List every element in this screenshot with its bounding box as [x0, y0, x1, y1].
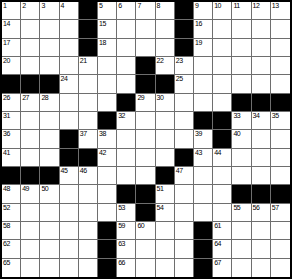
- cell-r14c4[interactable]: [60, 240, 79, 258]
- cell-r9c3[interactable]: [40, 149, 59, 167]
- cell-r15c13[interactable]: [232, 259, 251, 277]
- cell-r11c12[interactable]: [213, 185, 232, 203]
- clue-number: 27: [22, 94, 29, 102]
- cell-r13c7[interactable]: 59: [117, 222, 136, 240]
- cell-r1c5: [79, 2, 98, 20]
- clue-number: 26: [3, 94, 10, 102]
- clue-number: 51: [157, 185, 164, 193]
- cell-r12c7[interactable]: 53: [117, 204, 136, 222]
- clue-number: 12: [253, 2, 260, 10]
- clue-number: 11: [233, 2, 239, 10]
- cell-r12c2[interactable]: [21, 204, 40, 222]
- cell-r10c15[interactable]: [271, 167, 290, 185]
- cell-r5c5[interactable]: [79, 75, 98, 93]
- cell-r3c8[interactable]: [136, 39, 155, 57]
- clue-number: 16: [195, 20, 202, 28]
- clue-number: 57: [272, 204, 279, 212]
- cell-r12c3[interactable]: [40, 204, 59, 222]
- cell-r11c6[interactable]: [98, 185, 117, 203]
- clue-number: 18: [99, 39, 106, 47]
- clue-number: 39: [195, 130, 202, 138]
- cell-r11c11[interactable]: [194, 185, 213, 203]
- cell-r14c8[interactable]: [136, 240, 155, 258]
- cell-r14c13[interactable]: [232, 240, 251, 258]
- cell-r7c11: [194, 112, 213, 130]
- cell-r15c2[interactable]: [21, 259, 40, 277]
- cell-r14c15[interactable]: [271, 240, 290, 258]
- clue-number: 28: [41, 94, 48, 102]
- cell-r5c14[interactable]: [252, 75, 271, 93]
- clue-number: 30: [157, 94, 164, 102]
- cell-r7c6: [98, 112, 117, 130]
- cell-r5c13[interactable]: [232, 75, 251, 93]
- cell-r3c13[interactable]: [232, 39, 251, 57]
- cell-r8c2[interactable]: [21, 130, 40, 148]
- cell-r6c9[interactable]: 30: [156, 94, 175, 112]
- cell-r4c8: [136, 57, 155, 75]
- cell-r5c9: [156, 75, 175, 93]
- cell-r5c3: [40, 75, 59, 93]
- clue-number: 37: [80, 130, 87, 138]
- cell-r12c14[interactable]: 56: [252, 204, 271, 222]
- cell-r9c6[interactable]: 42: [98, 149, 117, 167]
- cell-r11c7: [117, 185, 136, 203]
- cell-r1c9[interactable]: 8: [156, 2, 175, 20]
- cell-r2c6[interactable]: 15: [98, 20, 117, 38]
- cell-r4c13[interactable]: [232, 57, 251, 75]
- cell-r11c3[interactable]: 50: [40, 185, 59, 203]
- clue-number: 64: [214, 240, 221, 248]
- clue-number: 47: [176, 167, 183, 175]
- clue-number: 54: [157, 204, 164, 212]
- cell-r5c12[interactable]: [213, 75, 232, 93]
- cell-r13c15[interactable]: [271, 222, 290, 240]
- cell-r15c10[interactable]: [175, 259, 194, 277]
- cell-r15c8[interactable]: [136, 259, 155, 277]
- cell-r11c1[interactable]: 48: [2, 185, 21, 203]
- cell-r14c12[interactable]: 64: [213, 240, 232, 258]
- cell-r10c4[interactable]: 45: [60, 167, 79, 185]
- cell-r3c6[interactable]: 18: [98, 39, 117, 57]
- cell-r1c7[interactable]: 6: [117, 2, 136, 20]
- cell-r4c3[interactable]: [40, 57, 59, 75]
- cell-r10c11[interactable]: [194, 167, 213, 185]
- cell-r12c10[interactable]: [175, 204, 194, 222]
- cell-r11c15: [271, 185, 290, 203]
- clue-number: 2: [22, 2, 25, 10]
- clue-number: 36: [3, 130, 10, 138]
- cell-r8c4: [60, 130, 79, 148]
- cell-r15c7[interactable]: 66: [117, 259, 136, 277]
- cell-r7c13[interactable]: 33: [232, 112, 251, 130]
- cell-r3c2[interactable]: [21, 39, 40, 57]
- clue-number: 60: [137, 222, 144, 230]
- clue-number: 66: [118, 259, 125, 267]
- cell-r7c7[interactable]: 32: [117, 112, 136, 130]
- cell-r3c1[interactable]: 17: [2, 39, 21, 57]
- cell-r5c8: [136, 75, 155, 93]
- clue-number: 34: [253, 112, 260, 120]
- cell-r8c9[interactable]: [156, 130, 175, 148]
- cell-r3c14[interactable]: [252, 39, 271, 57]
- cell-r6c15: [271, 94, 290, 112]
- cell-r11c10[interactable]: [175, 185, 194, 203]
- clue-number: 22: [157, 57, 164, 65]
- cell-r13c9[interactable]: [156, 222, 175, 240]
- cell-r15c3[interactable]: [40, 259, 59, 277]
- cell-r5c2: [21, 75, 40, 93]
- cell-r9c13[interactable]: [232, 149, 251, 167]
- cell-r1c12[interactable]: 10: [213, 2, 232, 20]
- cell-r2c1[interactable]: 14: [2, 20, 21, 38]
- clue-number: 45: [61, 167, 68, 175]
- clue-number: 19: [195, 39, 202, 47]
- cell-r8c15[interactable]: [271, 130, 290, 148]
- cell-r9c7[interactable]: [117, 149, 136, 167]
- cell-r3c10: [175, 39, 194, 57]
- cell-r9c2[interactable]: [21, 149, 40, 167]
- clue-number: 48: [3, 185, 10, 193]
- cell-r2c2[interactable]: [21, 20, 40, 38]
- cell-r7c4[interactable]: [60, 112, 79, 130]
- cell-r1c13[interactable]: 11: [232, 2, 251, 20]
- cell-r13c11: [194, 222, 213, 240]
- cell-r8c1[interactable]: 36: [2, 130, 21, 148]
- cell-r3c12[interactable]: [213, 39, 232, 57]
- cell-r4c1[interactable]: 20: [2, 57, 21, 75]
- clue-number: 35: [272, 112, 279, 120]
- clue-number: 7: [137, 2, 140, 10]
- cell-r3c3[interactable]: [40, 39, 59, 57]
- cell-r12c5[interactable]: [79, 204, 98, 222]
- cell-r7c8[interactable]: [136, 112, 155, 130]
- cell-r11c8: [136, 185, 155, 203]
- cell-r3c9[interactable]: [156, 39, 175, 57]
- cell-r3c4[interactable]: [60, 39, 79, 57]
- cell-r7c5[interactable]: [79, 112, 98, 130]
- cell-r14c6: [98, 240, 117, 258]
- clue-number: 32: [118, 112, 125, 120]
- cell-r13c3[interactable]: [40, 222, 59, 240]
- cell-r9c5: [79, 149, 98, 167]
- cell-r13c13[interactable]: [232, 222, 251, 240]
- clue-number: 21: [80, 57, 87, 65]
- clue-number: 13: [272, 2, 279, 10]
- cell-r10c5[interactable]: 46: [79, 167, 98, 185]
- cell-r13c8[interactable]: 60: [136, 222, 155, 240]
- cell-r6c6[interactable]: [98, 94, 117, 112]
- cell-r10c13[interactable]: [232, 167, 251, 185]
- cell-r8c13[interactable]: 40: [232, 130, 251, 148]
- cell-r13c2[interactable]: [21, 222, 40, 240]
- cell-r5c7[interactable]: [117, 75, 136, 93]
- cell-r12c9[interactable]: 54: [156, 204, 175, 222]
- cell-r5c10[interactable]: 25: [175, 75, 194, 93]
- cell-r12c6[interactable]: [98, 204, 117, 222]
- cell-r14c2[interactable]: [21, 240, 40, 258]
- cell-r8c7[interactable]: [117, 130, 136, 148]
- cell-r4c10[interactable]: 23: [175, 57, 194, 75]
- cell-r15c6: [98, 259, 117, 277]
- cell-r9c11[interactable]: 43: [194, 149, 213, 167]
- cell-r7c1[interactable]: 31: [2, 112, 21, 130]
- cell-r9c14[interactable]: [252, 149, 271, 167]
- clue-number: 65: [3, 259, 10, 267]
- cell-r3c11[interactable]: 19: [194, 39, 213, 57]
- cell-r13c10[interactable]: [175, 222, 194, 240]
- cell-r6c11[interactable]: [194, 94, 213, 112]
- crossword-board: 1234567891011121314151617181920212223242…: [0, 0, 292, 279]
- cell-r6c10[interactable]: [175, 94, 194, 112]
- cell-r9c10: [175, 149, 194, 167]
- cell-r2c13[interactable]: [232, 20, 251, 38]
- cell-r3c7[interactable]: [117, 39, 136, 57]
- cell-r15c4[interactable]: [60, 259, 79, 277]
- clue-number: 58: [3, 222, 10, 230]
- cell-r5c4[interactable]: 24: [60, 75, 79, 93]
- cell-r10c14[interactable]: [252, 167, 271, 185]
- cell-r2c8[interactable]: [136, 20, 155, 38]
- cell-r4c9[interactable]: 22: [156, 57, 175, 75]
- cell-r6c13: [232, 94, 251, 112]
- cell-r7c12: [213, 112, 232, 130]
- cell-r1c11[interactable]: 9: [194, 2, 213, 20]
- cell-r5c1: [2, 75, 21, 93]
- cell-r2c14[interactable]: [252, 20, 271, 38]
- cell-r10c9: [156, 167, 175, 185]
- cell-r15c15[interactable]: [271, 259, 290, 277]
- clue-number: 55: [233, 204, 240, 212]
- cell-r1c14[interactable]: 12: [252, 2, 271, 20]
- cell-r4c15[interactable]: [271, 57, 290, 75]
- clue-number: 5: [99, 2, 102, 10]
- clue-number: 42: [99, 149, 106, 157]
- cell-r2c4[interactable]: [60, 20, 79, 38]
- cell-r11c9[interactable]: 51: [156, 185, 175, 203]
- cell-r12c8: [136, 204, 155, 222]
- clue-number: 10: [214, 2, 221, 10]
- clue-number: 31: [3, 112, 10, 120]
- cell-r4c11[interactable]: [194, 57, 213, 75]
- clue-number: 49: [22, 185, 29, 193]
- cell-r7c10[interactable]: [175, 112, 194, 130]
- cell-r8c11[interactable]: 39: [194, 130, 213, 148]
- cell-r4c14[interactable]: [252, 57, 271, 75]
- cell-r7c2[interactable]: [21, 112, 40, 130]
- cell-r6c2[interactable]: 27: [21, 94, 40, 112]
- cell-r14c5[interactable]: [79, 240, 98, 258]
- cell-r6c14: [252, 94, 271, 112]
- cell-r6c7: [117, 94, 136, 112]
- cell-r1c3[interactable]: 3: [40, 2, 59, 20]
- clue-number: 52: [3, 204, 10, 212]
- clue-number: 33: [233, 112, 240, 120]
- cell-r7c3[interactable]: [40, 112, 59, 130]
- cell-r8c6[interactable]: 38: [98, 130, 117, 148]
- cell-r14c14[interactable]: [252, 240, 271, 258]
- cell-r12c15[interactable]: 57: [271, 204, 290, 222]
- cell-r1c6[interactable]: 5: [98, 2, 117, 20]
- cell-r15c5[interactable]: [79, 259, 98, 277]
- cell-r12c12[interactable]: [213, 204, 232, 222]
- cell-r5c15[interactable]: [271, 75, 290, 93]
- cell-r15c9[interactable]: [156, 259, 175, 277]
- clue-number: 25: [176, 75, 183, 83]
- cell-r12c13[interactable]: 55: [232, 204, 251, 222]
- cell-r10c7[interactable]: [117, 167, 136, 185]
- cell-r15c11: [194, 259, 213, 277]
- cell-r2c5: [79, 20, 98, 38]
- clue-number: 8: [157, 2, 160, 10]
- cell-r7c15[interactable]: 35: [271, 112, 290, 130]
- cell-r1c8[interactable]: 7: [136, 2, 155, 20]
- cell-r10c3: [40, 167, 59, 185]
- clue-number: 44: [214, 149, 221, 157]
- cell-r2c9[interactable]: [156, 20, 175, 38]
- cell-r15c12[interactable]: 67: [213, 259, 232, 277]
- clue-number: 15: [99, 20, 106, 28]
- cell-r2c10: [175, 20, 194, 38]
- crossword-grid: 1234567891011121314151617181920212223242…: [0, 0, 292, 279]
- cell-r3c15[interactable]: [271, 39, 290, 57]
- clue-number: 50: [41, 185, 48, 193]
- cell-r8c10[interactable]: [175, 130, 194, 148]
- cell-r14c9[interactable]: [156, 240, 175, 258]
- clue-number: 9: [195, 2, 198, 10]
- cell-r1c1[interactable]: 1: [2, 2, 21, 20]
- cell-r4c2[interactable]: [21, 57, 40, 75]
- cell-r8c5[interactable]: 37: [79, 130, 98, 148]
- cell-r6c3[interactable]: 28: [40, 94, 59, 112]
- clue-number: 3: [41, 2, 44, 10]
- cell-r11c5[interactable]: [79, 185, 98, 203]
- cell-r4c7[interactable]: [117, 57, 136, 75]
- cell-r12c4[interactable]: [60, 204, 79, 222]
- cell-r2c11[interactable]: 16: [194, 20, 213, 38]
- cell-r5c6[interactable]: [98, 75, 117, 93]
- cell-r7c14[interactable]: 34: [252, 112, 271, 130]
- cell-r10c2: [21, 167, 40, 185]
- cell-r15c1[interactable]: 65: [2, 259, 21, 277]
- cell-r9c1[interactable]: 41: [2, 149, 21, 167]
- cell-r13c1[interactable]: 58: [2, 222, 21, 240]
- cell-r14c1[interactable]: 62: [2, 240, 21, 258]
- clue-number: 29: [137, 94, 144, 102]
- clue-number: 46: [80, 167, 87, 175]
- cell-r2c15[interactable]: [271, 20, 290, 38]
- cell-r11c4[interactable]: [60, 185, 79, 203]
- cell-r14c11: [194, 240, 213, 258]
- cell-r1c15[interactable]: 13: [271, 2, 290, 20]
- cell-r13c5[interactable]: [79, 222, 98, 240]
- cell-r6c1[interactable]: 26: [2, 94, 21, 112]
- clue-number: 6: [118, 2, 121, 10]
- clue-number: 4: [61, 2, 64, 10]
- cell-r4c5[interactable]: 21: [79, 57, 98, 75]
- clue-number: 61: [214, 222, 221, 230]
- cell-r4c6[interactable]: [98, 57, 117, 75]
- cell-r10c12[interactable]: [213, 167, 232, 185]
- clue-number: 53: [118, 204, 125, 212]
- cell-r2c12[interactable]: [213, 20, 232, 38]
- cell-r6c4[interactable]: [60, 94, 79, 112]
- cell-r4c4[interactable]: [60, 57, 79, 75]
- clue-number: 1: [3, 2, 6, 10]
- cell-r10c10[interactable]: 47: [175, 167, 194, 185]
- cell-r8c8[interactable]: [136, 130, 155, 148]
- clue-number: 40: [233, 130, 240, 138]
- cell-r10c1: [2, 167, 21, 185]
- clue-number: 14: [3, 20, 10, 28]
- cell-r8c12: [213, 130, 232, 148]
- clue-number: 59: [118, 222, 125, 230]
- cell-r11c2[interactable]: 49: [21, 185, 40, 203]
- clue-number: 41: [3, 149, 10, 157]
- cell-r6c5[interactable]: [79, 94, 98, 112]
- cell-r1c2[interactable]: 2: [21, 2, 40, 20]
- cell-r10c6[interactable]: [98, 167, 117, 185]
- clue-number: 24: [61, 75, 68, 83]
- cell-r11c14: [252, 185, 271, 203]
- cell-r14c10[interactable]: [175, 240, 194, 258]
- cell-r4c12[interactable]: [213, 57, 232, 75]
- clue-number: 43: [195, 149, 202, 157]
- cell-r6c8[interactable]: 29: [136, 94, 155, 112]
- cell-r2c3[interactable]: [40, 20, 59, 38]
- cell-r9c12[interactable]: 44: [213, 149, 232, 167]
- cell-r9c15[interactable]: [271, 149, 290, 167]
- cell-r6c12[interactable]: [213, 94, 232, 112]
- cell-r14c7[interactable]: 63: [117, 240, 136, 258]
- cell-r13c12[interactable]: 61: [213, 222, 232, 240]
- clue-number: 56: [253, 204, 260, 212]
- cell-r5c11[interactable]: [194, 75, 213, 93]
- clue-number: 63: [118, 240, 125, 248]
- cell-r15c14[interactable]: [252, 259, 271, 277]
- cell-r12c1[interactable]: 52: [2, 204, 21, 222]
- clue-number: 62: [3, 240, 10, 248]
- clue-number: 38: [99, 130, 106, 138]
- clue-number: 20: [3, 57, 10, 65]
- cell-r13c6: [98, 222, 117, 240]
- cell-r7c9[interactable]: [156, 112, 175, 130]
- cell-r14c3[interactable]: [40, 240, 59, 258]
- cell-r3c5: [79, 39, 98, 57]
- clue-number: 23: [176, 57, 183, 65]
- cell-r1c10: [175, 2, 194, 20]
- cell-r1c4[interactable]: 4: [60, 2, 79, 20]
- cell-r8c14[interactable]: [252, 130, 271, 148]
- cell-r10c8[interactable]: [136, 167, 155, 185]
- clue-number: 17: [3, 39, 10, 47]
- clue-number: 67: [214, 259, 221, 267]
- cell-r9c4: [60, 149, 79, 167]
- cell-r9c9[interactable]: [156, 149, 175, 167]
- cell-r12c11[interactable]: [194, 204, 213, 222]
- cell-r2c7[interactable]: [117, 20, 136, 38]
- cell-r13c14[interactable]: [252, 222, 271, 240]
- cell-r11c13: [232, 185, 251, 203]
- cell-r9c8[interactable]: [136, 149, 155, 167]
- cell-r13c4[interactable]: [60, 222, 79, 240]
- cell-r8c3[interactable]: [40, 130, 59, 148]
